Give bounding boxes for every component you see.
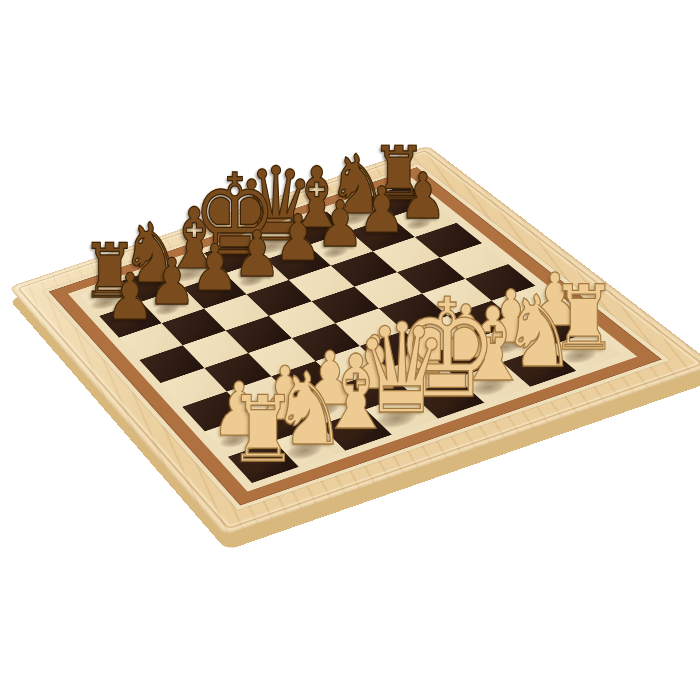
chess-set-product-photo: ♜♞♝♚♛♝♞♜♟♟♟♟♟♟♟♟♟♟♟♟♟♟♟♟♜♞♝♛♚♝♞♜	[0, 0, 700, 700]
